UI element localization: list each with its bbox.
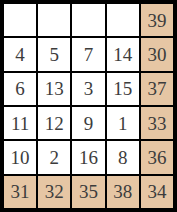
cell-r1c0: 4 <box>4 38 36 70</box>
cell-r0c1-empty[interactable] <box>38 4 70 36</box>
cell-r3c4-sum: 33 <box>141 107 173 139</box>
cell-r0c4-sum: 39 <box>141 4 173 36</box>
cell-r1c3: 14 <box>107 38 139 70</box>
cell-r4c1: 2 <box>38 141 70 173</box>
cell-r2c4-sum: 37 <box>141 73 173 105</box>
cell-r2c1: 13 <box>38 73 70 105</box>
cell-r1c1: 5 <box>38 38 70 70</box>
cell-r5c4-sum: 34 <box>141 176 173 208</box>
cell-r1c4-sum: 30 <box>141 38 173 70</box>
cell-r4c3: 8 <box>107 141 139 173</box>
cell-r3c1: 12 <box>38 107 70 139</box>
cell-r3c0: 11 <box>4 107 36 139</box>
cell-r2c2: 3 <box>72 73 104 105</box>
cell-r5c0-sum: 31 <box>4 176 36 208</box>
cell-r2c0: 6 <box>4 73 36 105</box>
cell-r5c1-sum: 32 <box>38 176 70 208</box>
cell-r2c3: 15 <box>107 73 139 105</box>
cell-r3c3: 1 <box>107 107 139 139</box>
cell-r4c0: 10 <box>4 141 36 173</box>
cell-r1c2: 7 <box>72 38 104 70</box>
cell-r0c0-empty[interactable] <box>4 4 36 36</box>
cell-r5c2-sum: 35 <box>72 176 104 208</box>
cell-r4c2: 16 <box>72 141 104 173</box>
cell-r0c3-empty[interactable] <box>107 4 139 36</box>
cell-r3c2: 9 <box>72 107 104 139</box>
puzzle-board: 3945714306133153711129133102168363132353… <box>0 0 177 212</box>
cell-r4c4-sum: 36 <box>141 141 173 173</box>
cell-r5c3-sum: 38 <box>107 176 139 208</box>
cell-r0c2-empty[interactable] <box>72 4 104 36</box>
